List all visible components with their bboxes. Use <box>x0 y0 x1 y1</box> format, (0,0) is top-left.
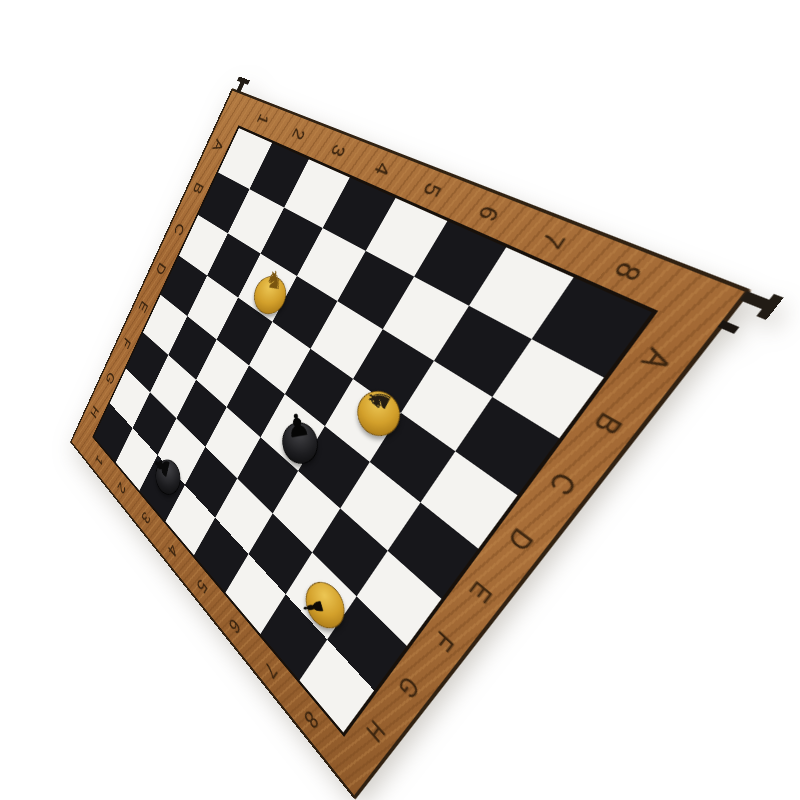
coord-left-C: C <box>172 221 186 238</box>
coord-right-H: H <box>362 715 388 747</box>
clasp-right-hook-icon <box>717 320 739 334</box>
coord-bottom-4: 4 <box>166 541 180 560</box>
coord-top-5: 5 <box>419 180 445 199</box>
coord-right-C: C <box>544 467 582 499</box>
coord-right-F: F <box>429 626 458 656</box>
coord-left-E: E <box>137 299 150 315</box>
coord-bottom-7: 7 <box>261 658 280 682</box>
piece-silhouette-icon: ♟ <box>299 598 328 616</box>
chess-board: 11AA22BB33CC44DD55EE66FF77GG88HH♞♞♟♟♟ <box>70 88 752 800</box>
photo-background: 11AA22BB33CC44DD55EE66FF77GG88HH♞♞♟♟♟ <box>0 0 800 800</box>
coord-right-E: E <box>465 576 497 607</box>
coord-left-G: G <box>104 369 116 387</box>
coord-left-A: A <box>210 138 226 154</box>
coord-top-6: 6 <box>474 203 503 224</box>
coord-right-B: B <box>588 408 628 439</box>
coord-bottom-5: 5 <box>194 576 209 597</box>
coord-left-D: D <box>154 260 168 277</box>
coord-top-3: 3 <box>328 142 348 159</box>
coord-top-4: 4 <box>371 160 394 178</box>
coord-top-1: 1 <box>255 112 272 126</box>
coord-right-D: D <box>503 523 538 555</box>
coord-bottom-1: 1 <box>94 453 105 469</box>
coord-top-2: 2 <box>289 126 307 141</box>
coord-right-A: A <box>635 344 678 375</box>
coord-top-7: 7 <box>537 229 570 252</box>
coord-bottom-6: 6 <box>226 615 243 638</box>
coord-left-F: F <box>121 335 133 351</box>
coord-bottom-8: 8 <box>301 706 322 733</box>
coord-bottom-3: 3 <box>140 509 153 527</box>
coord-left-B: B <box>191 180 206 196</box>
coord-top-8: 8 <box>609 259 647 284</box>
coord-bottom-2: 2 <box>116 479 128 496</box>
coord-left-H: H <box>89 403 100 420</box>
board-shadow-wrap: 11AA22BB33CC44DD55EE66FF77GG88HH♞♞♟♟♟ <box>0 0 800 800</box>
coord-right-G: G <box>394 671 423 704</box>
